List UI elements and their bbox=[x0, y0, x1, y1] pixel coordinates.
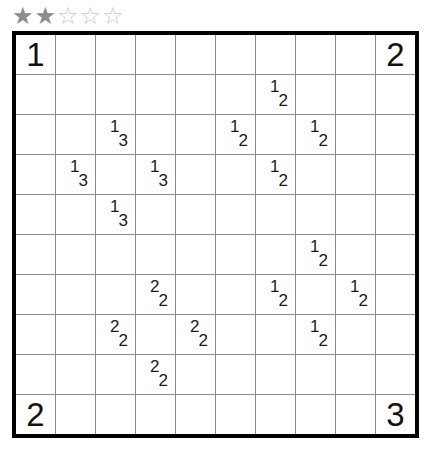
clue-digit: 2 bbox=[279, 292, 288, 309]
cell-r4c0[interactable] bbox=[16, 195, 55, 234]
puzzle-page: { "game": "tapa", "difficulty": { "stars… bbox=[0, 0, 428, 451]
cell-r5c1[interactable] bbox=[56, 235, 95, 274]
cell-r3c8[interactable] bbox=[336, 155, 375, 194]
difficulty-star-empty-icon: ☆ bbox=[80, 2, 103, 30]
cell-r0c7[interactable] bbox=[296, 35, 335, 74]
cell-r3c1: 13 bbox=[56, 155, 95, 194]
cell-r0c0: 1 bbox=[16, 35, 55, 74]
cell-r4c1[interactable] bbox=[56, 195, 95, 234]
cell-r1c3[interactable] bbox=[136, 75, 175, 114]
cell-r6c0[interactable] bbox=[16, 275, 55, 314]
cell-r7c7: 12 bbox=[296, 315, 335, 354]
cell-r0c4[interactable] bbox=[176, 35, 215, 74]
clue-digit: 2 bbox=[159, 372, 168, 389]
clue-digit: 2 bbox=[279, 172, 288, 189]
cell-r8c3: 22 bbox=[136, 355, 175, 394]
cell-r8c2[interactable] bbox=[96, 355, 135, 394]
clue-digit: 2 bbox=[376, 35, 415, 74]
cell-r8c6[interactable] bbox=[256, 355, 295, 394]
clue-digit: 2 bbox=[239, 132, 248, 149]
cell-r4c8[interactable] bbox=[336, 195, 375, 234]
cell-r5c4[interactable] bbox=[176, 235, 215, 274]
cell-r9c7[interactable] bbox=[296, 395, 335, 434]
cell-r5c3[interactable] bbox=[136, 235, 175, 274]
cell-r3c5[interactable] bbox=[216, 155, 255, 194]
clue-digit: 3 bbox=[119, 212, 128, 229]
cell-r7c8[interactable] bbox=[336, 315, 375, 354]
cell-r4c7[interactable] bbox=[296, 195, 335, 234]
difficulty-star-empty-icon: ☆ bbox=[57, 2, 80, 30]
clue-digit: 1 bbox=[16, 35, 55, 74]
cell-r1c2[interactable] bbox=[96, 75, 135, 114]
cell-r4c5[interactable] bbox=[216, 195, 255, 234]
cell-r3c6: 12 bbox=[256, 155, 295, 194]
cell-r0c2[interactable] bbox=[96, 35, 135, 74]
cell-r0c6[interactable] bbox=[256, 35, 295, 74]
clue-digit: 2 bbox=[279, 92, 288, 109]
cell-r7c0[interactable] bbox=[16, 315, 55, 354]
cell-r1c1[interactable] bbox=[56, 75, 95, 114]
difficulty-rating: ★★☆☆☆ bbox=[12, 2, 125, 30]
cell-r1c0[interactable] bbox=[16, 75, 55, 114]
cell-r6c4[interactable] bbox=[176, 275, 215, 314]
cell-r5c0[interactable] bbox=[16, 235, 55, 274]
cell-r4c2: 13 bbox=[96, 195, 135, 234]
cell-r6c3: 22 bbox=[136, 275, 175, 314]
cell-r3c9[interactable] bbox=[376, 155, 415, 194]
cell-r0c9: 2 bbox=[376, 35, 415, 74]
cell-r8c9[interactable] bbox=[376, 355, 415, 394]
cell-r8c1[interactable] bbox=[56, 355, 95, 394]
clue-digit: 3 bbox=[119, 132, 128, 149]
cell-r2c7: 12 bbox=[296, 115, 335, 154]
cell-r6c2[interactable] bbox=[96, 275, 135, 314]
cell-r8c8[interactable] bbox=[336, 355, 375, 394]
cell-r5c8[interactable] bbox=[336, 235, 375, 274]
tapa-board: 121213121213131213122212122222122223 bbox=[12, 31, 419, 438]
cell-r1c7[interactable] bbox=[296, 75, 335, 114]
cell-r4c9[interactable] bbox=[376, 195, 415, 234]
cell-r2c9[interactable] bbox=[376, 115, 415, 154]
cell-r2c6[interactable] bbox=[256, 115, 295, 154]
cell-r2c2: 13 bbox=[96, 115, 135, 154]
cell-r6c7[interactable] bbox=[296, 275, 335, 314]
cell-r7c9[interactable] bbox=[376, 315, 415, 354]
cell-r9c1[interactable] bbox=[56, 395, 95, 434]
clue-digit: 2 bbox=[319, 332, 328, 349]
cell-r3c3: 13 bbox=[136, 155, 175, 194]
cell-r4c6[interactable] bbox=[256, 195, 295, 234]
cell-r5c7: 12 bbox=[296, 235, 335, 274]
cell-r9c8[interactable] bbox=[336, 395, 375, 434]
cell-r2c1[interactable] bbox=[56, 115, 95, 154]
cell-r8c4[interactable] bbox=[176, 355, 215, 394]
cell-r6c1[interactable] bbox=[56, 275, 95, 314]
cell-r9c4[interactable] bbox=[176, 395, 215, 434]
cell-r4c4[interactable] bbox=[176, 195, 215, 234]
cell-r6c8: 12 bbox=[336, 275, 375, 314]
difficulty-star-filled-icon: ★ bbox=[35, 2, 58, 30]
cell-r5c6[interactable] bbox=[256, 235, 295, 274]
cell-r1c9[interactable] bbox=[376, 75, 415, 114]
cell-r3c2[interactable] bbox=[96, 155, 135, 194]
cell-r8c7[interactable] bbox=[296, 355, 335, 394]
cell-r5c2[interactable] bbox=[96, 235, 135, 274]
cell-r9c3[interactable] bbox=[136, 395, 175, 434]
cell-r7c2: 22 bbox=[96, 315, 135, 354]
cell-r2c5: 12 bbox=[216, 115, 255, 154]
cell-r9c5[interactable] bbox=[216, 395, 255, 434]
cell-r3c0[interactable] bbox=[16, 155, 55, 194]
cell-r3c4[interactable] bbox=[176, 155, 215, 194]
clue-digit: 2 bbox=[319, 252, 328, 269]
cell-r0c5[interactable] bbox=[216, 35, 255, 74]
cell-r1c8[interactable] bbox=[336, 75, 375, 114]
cell-r4c3[interactable] bbox=[136, 195, 175, 234]
cell-r7c1[interactable] bbox=[56, 315, 95, 354]
cell-r8c5[interactable] bbox=[216, 355, 255, 394]
difficulty-star-empty-icon: ☆ bbox=[102, 2, 125, 30]
cell-r6c9[interactable] bbox=[376, 275, 415, 314]
cell-r2c4[interactable] bbox=[176, 115, 215, 154]
clue-digit: 2 bbox=[359, 292, 368, 309]
clue-digit: 2 bbox=[199, 332, 208, 349]
clue-digit: 2 bbox=[119, 332, 128, 349]
cell-r7c5[interactable] bbox=[216, 315, 255, 354]
cell-r5c5[interactable] bbox=[216, 235, 255, 274]
cell-r2c0[interactable] bbox=[16, 115, 55, 154]
cell-r3c7[interactable] bbox=[296, 155, 335, 194]
cell-r9c0: 2 bbox=[16, 395, 55, 434]
cell-r1c4[interactable] bbox=[176, 75, 215, 114]
cell-r1c5[interactable] bbox=[216, 75, 255, 114]
cell-r6c5[interactable] bbox=[216, 275, 255, 314]
cell-r9c9: 3 bbox=[376, 395, 415, 434]
cell-r7c4: 22 bbox=[176, 315, 215, 354]
cell-r1c6: 12 bbox=[256, 75, 295, 114]
cell-r9c6[interactable] bbox=[256, 395, 295, 434]
clue-digit: 2 bbox=[319, 132, 328, 149]
cell-r6c6: 12 bbox=[256, 275, 295, 314]
difficulty-star-filled-icon: ★ bbox=[12, 2, 35, 30]
cell-r7c6[interactable] bbox=[256, 315, 295, 354]
cell-r0c1[interactable] bbox=[56, 35, 95, 74]
clue-digit: 2 bbox=[16, 395, 55, 434]
clue-digit: 3 bbox=[159, 172, 168, 189]
clue-digit: 3 bbox=[79, 172, 88, 189]
clue-digit: 2 bbox=[159, 292, 168, 309]
cell-r0c3[interactable] bbox=[136, 35, 175, 74]
cell-r7c3[interactable] bbox=[136, 315, 175, 354]
cell-r5c9[interactable] bbox=[376, 235, 415, 274]
cell-r9c2[interactable] bbox=[96, 395, 135, 434]
cell-r2c8[interactable] bbox=[336, 115, 375, 154]
cell-r2c3[interactable] bbox=[136, 115, 175, 154]
clue-digit: 3 bbox=[376, 395, 415, 434]
cell-r8c0[interactable] bbox=[16, 355, 55, 394]
cell-r0c8[interactable] bbox=[336, 35, 375, 74]
